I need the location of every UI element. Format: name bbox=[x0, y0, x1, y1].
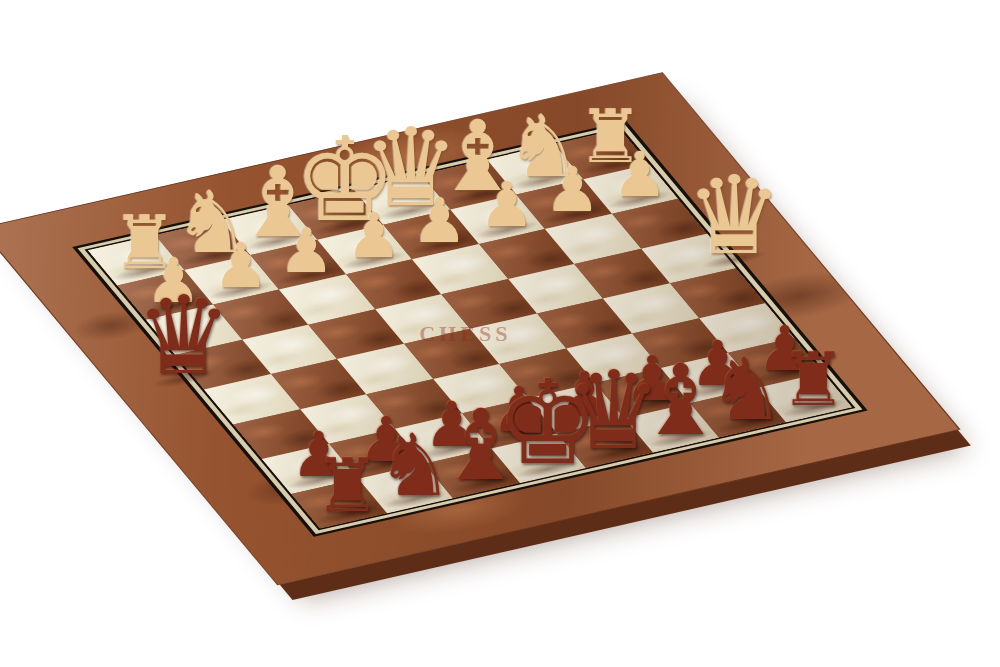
white-pawn: ♟ bbox=[612, 144, 668, 206]
white-queen: ♛ bbox=[686, 162, 783, 270]
red-knight: ♞ bbox=[376, 422, 453, 508]
red-rook: ♜ bbox=[315, 448, 381, 522]
white-pawn: ♟ bbox=[545, 159, 601, 221]
product-photo-stage: CHESS ♜♞♝♛♚♝♞♜♟♟♟♟♟♟♟♟♟♟♟♟♟♟♟♟♜♞♝♛♚♝♞♜♛♛ bbox=[0, 0, 1000, 667]
white-pawn: ♟ bbox=[479, 174, 535, 236]
red-queen: ♛ bbox=[135, 282, 232, 390]
watermark: CHESS bbox=[419, 321, 511, 347]
white-pawn: ♟ bbox=[279, 220, 335, 282]
chess-board: CHESS ♜♞♝♛♚♝♞♜♟♟♟♟♟♟♟♟♟♟♟♟♟♟♟♟♜♞♝♛♚♝♞♜♛♛ bbox=[0, 72, 961, 585]
red-rook: ♜ bbox=[780, 342, 846, 416]
white-pawn: ♟ bbox=[412, 190, 468, 252]
white-pawn: ♟ bbox=[346, 205, 402, 267]
